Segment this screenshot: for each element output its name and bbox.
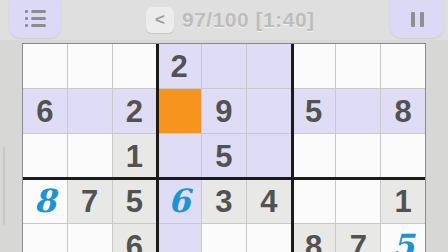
- cell-r5c5[interactable]: [202, 224, 246, 252]
- cell-r1c9[interactable]: [381, 44, 425, 88]
- cell-r4c3[interactable]: 5: [113, 179, 157, 223]
- cell-r1c2[interactable]: [68, 44, 112, 88]
- cell-r1c1[interactable]: [23, 44, 67, 88]
- cell-r1c5[interactable]: [202, 44, 246, 88]
- cell-r2c5[interactable]: 9: [202, 89, 246, 133]
- cell-r2c4[interactable]: [157, 89, 201, 133]
- back-button[interactable]: <: [146, 7, 174, 33]
- list-icon: [25, 4, 46, 27]
- cell-r5c9[interactable]: 5: [381, 224, 425, 252]
- cell-r4c1[interactable]: 8: [23, 179, 67, 223]
- cell-r3c5[interactable]: 5: [202, 134, 246, 178]
- menu-button[interactable]: [9, 0, 61, 38]
- progress-and-timer: 97/100 [1:40]: [182, 8, 315, 32]
- cell-r4c7[interactable]: [292, 179, 336, 223]
- cell-r3c9[interactable]: [381, 134, 425, 178]
- box-border-vertical-left: [156, 44, 159, 252]
- cell-r1c4[interactable]: 2: [157, 44, 201, 88]
- cell-r4c4[interactable]: 6: [157, 179, 201, 223]
- cell-r3c2[interactable]: [68, 134, 112, 178]
- cell-r3c7[interactable]: [292, 134, 336, 178]
- pause-icon: [411, 4, 424, 27]
- cell-r2c2[interactable]: [68, 89, 112, 133]
- cell-r3c8[interactable]: [336, 134, 380, 178]
- cell-r5c2[interactable]: [68, 224, 112, 252]
- box-border-horizontal: [23, 177, 425, 180]
- cell-r5c4[interactable]: [157, 224, 201, 252]
- cell-r4c9[interactable]: 1: [381, 179, 425, 223]
- cell-r2c7[interactable]: 5: [292, 89, 336, 133]
- cell-r3c3[interactable]: 1: [113, 134, 157, 178]
- cell-r1c6[interactable]: [247, 44, 291, 88]
- title-group: < 97/100 [1:40]: [146, 0, 315, 40]
- scroll-indicator: [3, 147, 5, 225]
- cell-r4c5[interactable]: 3: [202, 179, 246, 223]
- cell-r5c7[interactable]: 8: [292, 224, 336, 252]
- cell-r5c3[interactable]: 6: [113, 224, 157, 252]
- cell-r2c1[interactable]: 6: [23, 89, 67, 133]
- cell-r4c2[interactable]: 7: [68, 179, 112, 223]
- cell-r3c6[interactable]: [247, 134, 291, 178]
- cell-r5c1[interactable]: [23, 224, 67, 252]
- pause-button[interactable]: [390, 0, 444, 38]
- cell-r1c8[interactable]: [336, 44, 380, 88]
- top-bar: < 97/100 [1:40]: [0, 0, 448, 40]
- sudoku-board: 2629581587563416875: [22, 43, 426, 252]
- cell-r4c8[interactable]: [336, 179, 380, 223]
- cell-r2c9[interactable]: 8: [381, 89, 425, 133]
- cell-r2c3[interactable]: 2: [113, 89, 157, 133]
- box-border-vertical-right: [291, 44, 294, 252]
- cell-r1c3[interactable]: [113, 44, 157, 88]
- cell-r2c6[interactable]: [247, 89, 291, 133]
- cell-r5c6[interactable]: [247, 224, 291, 252]
- cell-r3c1[interactable]: [23, 134, 67, 178]
- cell-r5c8[interactable]: 7: [336, 224, 380, 252]
- cell-r4c6[interactable]: 4: [247, 179, 291, 223]
- cell-r1c7[interactable]: [292, 44, 336, 88]
- cell-r3c4[interactable]: [157, 134, 201, 178]
- cell-r2c8[interactable]: [336, 89, 380, 133]
